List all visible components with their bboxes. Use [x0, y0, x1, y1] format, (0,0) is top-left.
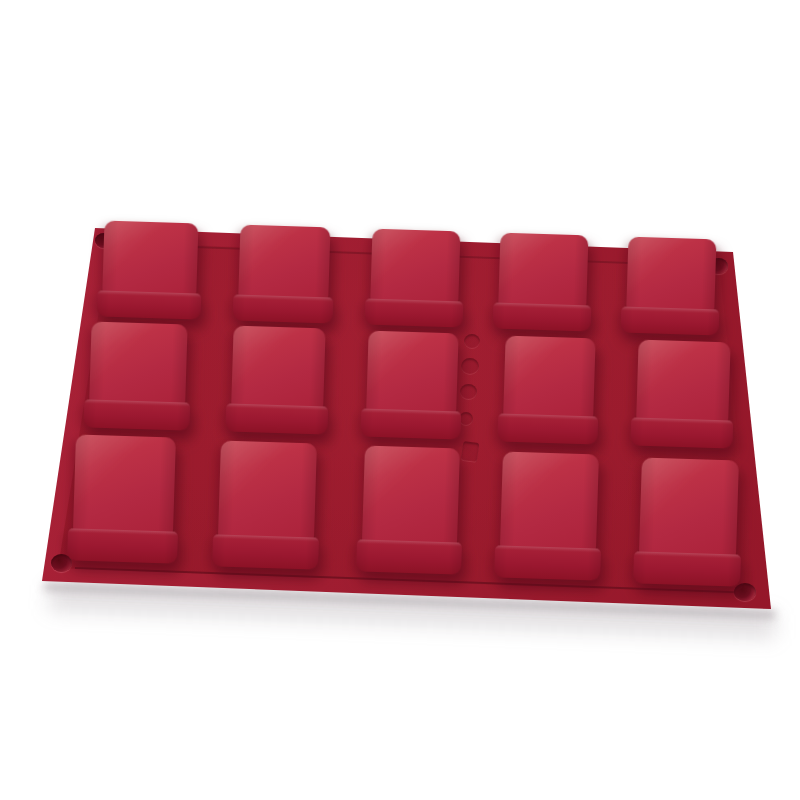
product-photo: [0, 0, 800, 800]
cube-front-face: [633, 551, 741, 586]
cube-top-face: [361, 446, 459, 545]
cube-front-face: [497, 413, 598, 444]
cavity-cube-r1c4: [498, 232, 589, 331]
cube-front-face: [83, 399, 190, 430]
cavity-cube-r3c3: [361, 446, 460, 575]
cube-front-face: [356, 540, 462, 575]
cavity-cube-r1c2: [238, 225, 331, 324]
embossed-mark: [460, 384, 477, 400]
cube-top-face: [503, 335, 595, 418]
cavity-cube-r1c5: [626, 236, 717, 335]
cube-top-face: [636, 340, 730, 423]
cube-top-face: [638, 457, 738, 556]
embossed-mark: [459, 412, 473, 426]
cavity-cube-r3c1: [72, 434, 176, 563]
cube-top-face: [366, 331, 458, 414]
cube-front-face: [97, 290, 202, 319]
embossed-mark: [464, 334, 480, 349]
cube-front-face: [67, 528, 178, 563]
cube-top-face: [238, 225, 330, 300]
cube-top-face: [231, 326, 325, 409]
cube-front-face: [494, 545, 601, 580]
cube-top-face: [218, 440, 317, 539]
corner-hole-bottom-right: [734, 583, 756, 601]
cavity-cube-r2c2: [230, 326, 325, 435]
cavity-cube-r2c1: [88, 321, 187, 430]
cavity-cube-r3c4: [499, 451, 599, 580]
cube-top-face: [498, 232, 588, 307]
cavity-cube-r2c4: [502, 335, 595, 444]
cube-top-face: [73, 434, 176, 533]
cube-top-face: [89, 321, 187, 404]
embossed-mark: [461, 358, 479, 375]
cube-front-face: [630, 417, 733, 448]
cube-top-face: [626, 236, 716, 311]
cube-top-face: [102, 221, 198, 296]
cavity-cube-r2c3: [365, 331, 458, 440]
cavity-cube-r1c1: [102, 221, 199, 320]
cube-top-face: [500, 451, 599, 550]
cavity-cube-r3c5: [638, 457, 739, 586]
cavity-cube-r2c5: [635, 340, 730, 449]
cavity-cube-r3c2: [217, 440, 317, 569]
cube-top-face: [370, 229, 460, 304]
embossed-mark: [461, 441, 480, 463]
cube-front-face: [365, 298, 464, 327]
cube-front-face: [233, 294, 334, 323]
cube-front-face: [621, 306, 720, 335]
cube-front-face: [212, 534, 319, 569]
cavity-cube-r1c3: [370, 229, 461, 328]
cube-front-face: [360, 408, 461, 439]
cube-front-face: [225, 404, 328, 435]
cube-front-face: [493, 302, 592, 331]
